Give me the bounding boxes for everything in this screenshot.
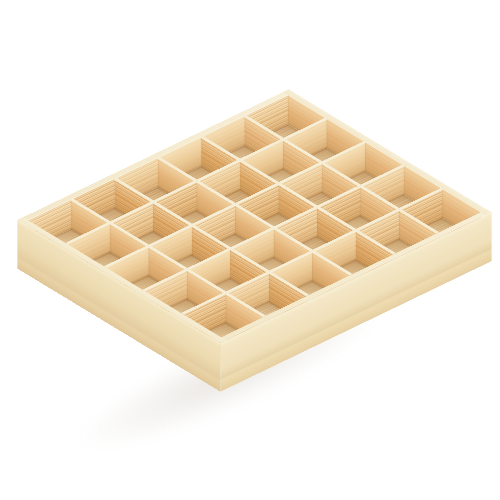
product-photo: [0, 0, 500, 500]
wooden-tray: [28, 144, 481, 386]
